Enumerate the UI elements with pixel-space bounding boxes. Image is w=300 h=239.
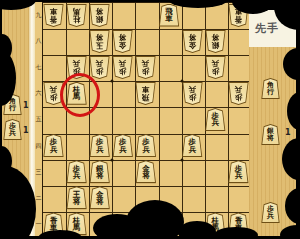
rank-label: 八 xyxy=(35,38,42,44)
shogi-piece: 角行 xyxy=(261,78,280,99)
rank-label: 六 xyxy=(35,90,42,96)
rank-label: 九 xyxy=(35,12,42,18)
shogi-piece: 金将 xyxy=(89,186,110,209)
hoshi-dot xyxy=(111,80,114,83)
shogi-piece: 歩兵 xyxy=(135,56,156,79)
shogi-piece: 歩兵 xyxy=(135,134,156,157)
shogi-piece: 歩兵 xyxy=(205,108,226,131)
hand-count: 1 xyxy=(285,129,291,137)
shogi-piece: 金将 xyxy=(135,160,156,183)
shogi-piece: 玉将 xyxy=(89,30,110,53)
shogi-piece: 銀将 xyxy=(261,124,280,145)
hand-count: 1 xyxy=(23,127,29,135)
rank-label: 四 xyxy=(35,143,42,149)
shogi-piece: 香車 xyxy=(43,4,64,27)
shogi-piece: 金将 xyxy=(112,30,133,53)
rank-label: 七 xyxy=(35,64,42,70)
shogi-piece: 飛車 xyxy=(135,82,156,105)
hand-count: 1 xyxy=(23,102,29,110)
shogi-piece: 歩兵 xyxy=(112,134,133,157)
shogi-piece: 歩兵 xyxy=(261,202,280,223)
shogi-piece: 歩兵 xyxy=(66,160,87,183)
shogi-piece: 歩兵 xyxy=(89,134,110,157)
shogi-piece: 歩兵 xyxy=(182,82,203,105)
shogi-piece: 歩兵 xyxy=(3,119,22,140)
shogi-piece: 王将 xyxy=(66,186,87,209)
shogi-piece: 歩兵 xyxy=(228,160,249,183)
shogi-piece: 歩兵 xyxy=(43,134,64,157)
shogi-piece: 歩兵 xyxy=(228,82,249,105)
hoshi-dot xyxy=(180,158,183,161)
rank-label: 五 xyxy=(35,116,42,122)
rank-label: 二 xyxy=(35,195,42,201)
rank-label: 三 xyxy=(35,169,42,175)
shogi-piece: 銀将 xyxy=(89,4,110,27)
shogi-piece: 銀将 xyxy=(205,30,226,53)
shogi-piece: 金将 xyxy=(182,30,203,53)
shogi-piece: 歩兵 xyxy=(205,56,226,79)
sente-label: 先手 xyxy=(255,21,279,36)
shogi-piece: 歩兵 xyxy=(182,134,203,157)
shogi-diagram: 九八七六五四三二一 先手 香車桂馬銀将香車飛車玉将金将金将銀将歩兵歩兵歩兵歩兵歩… xyxy=(0,0,300,239)
hoshi-dot xyxy=(111,158,114,161)
shogi-piece: 桂馬 xyxy=(66,4,87,27)
rank-label: 一 xyxy=(35,221,42,227)
shogi-piece: 銀将 xyxy=(89,160,110,183)
shogi-piece: 歩兵 xyxy=(89,56,110,79)
shogi-piece: 飛車 xyxy=(159,4,180,27)
shogi-piece: 歩兵 xyxy=(112,56,133,79)
